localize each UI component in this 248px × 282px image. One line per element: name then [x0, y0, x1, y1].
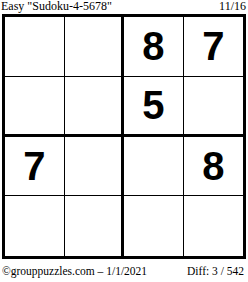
page-number: 11/16: [219, 0, 246, 13]
cell-r1c4[interactable]: 7: [184, 17, 244, 77]
cell-r3c1[interactable]: 7: [5, 137, 65, 197]
page-header: Easy "Sudoku-4-5678" 11/16: [0, 0, 248, 14]
page-footer: ©grouppuzzles.com – 1/1/2021 Diff: 3 / 5…: [0, 263, 248, 278]
cell-r3c4[interactable]: 8: [184, 137, 244, 197]
cell-r4c1[interactable]: [5, 196, 65, 256]
cell-r4c2[interactable]: [65, 196, 125, 256]
cell-r1c3[interactable]: 8: [124, 17, 184, 77]
cell-r4c4[interactable]: [184, 196, 244, 256]
cell-r2c2[interactable]: [65, 77, 125, 137]
difficulty-text: Diff: 3 / 542: [187, 265, 244, 278]
cell-r2c4[interactable]: [184, 77, 244, 137]
cell-r2c3[interactable]: 5: [124, 77, 184, 137]
cell-r2c1[interactable]: [5, 77, 65, 137]
sudoku-page: Easy "Sudoku-4-5678" 11/16 8 7 5 7 8 ©gr…: [0, 0, 248, 282]
copyright-text: ©grouppuzzles.com – 1/1/2021: [2, 265, 147, 278]
sudoku-board: 8 7 5 7 8: [2, 14, 246, 259]
cell-r1c2[interactable]: [65, 17, 125, 77]
cell-r3c3[interactable]: [124, 137, 184, 197]
cell-r3c2[interactable]: [65, 137, 125, 197]
cell-r1c1[interactable]: [5, 17, 65, 77]
page-title: Easy "Sudoku-4-5678": [1, 0, 112, 13]
cell-r4c3[interactable]: [124, 196, 184, 256]
